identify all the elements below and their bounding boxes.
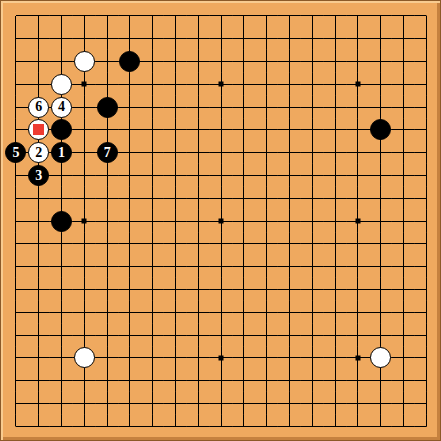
intersection-O19[interactable] (301, 5, 324, 28)
intersection-R12[interactable] (369, 164, 392, 187)
intersection-B17[interactable] (27, 50, 50, 73)
intersection-B18[interactable] (27, 27, 50, 50)
intersection-O5[interactable] (301, 324, 324, 347)
intersection-R8[interactable] (369, 255, 392, 278)
intersection-J13[interactable] (187, 141, 210, 164)
intersection-D6[interactable] (73, 301, 96, 324)
intersection-M14[interactable] (255, 119, 278, 142)
intersection-D18[interactable] (73, 27, 96, 50)
intersection-J17[interactable] (187, 50, 210, 73)
intersection-H19[interactable] (164, 5, 187, 28)
intersection-E16[interactable] (96, 73, 119, 96)
intersection-C12[interactable] (50, 164, 73, 187)
intersection-G13[interactable] (141, 141, 164, 164)
intersection-B7[interactable] (27, 278, 50, 301)
intersection-A2[interactable] (5, 392, 28, 415)
intersection-P10[interactable] (324, 210, 347, 233)
intersection-K16[interactable] (210, 73, 233, 96)
intersection-A6[interactable] (5, 301, 28, 324)
intersection-C15[interactable]: 4 (50, 96, 73, 119)
intersection-N8[interactable] (278, 255, 301, 278)
intersection-H7[interactable] (164, 278, 187, 301)
intersection-K17[interactable] (210, 50, 233, 73)
intersection-E14[interactable] (96, 119, 119, 142)
intersection-K8[interactable] (210, 255, 233, 278)
intersection-L15[interactable] (233, 96, 256, 119)
intersection-M8[interactable] (255, 255, 278, 278)
intersection-R6[interactable] (369, 301, 392, 324)
intersection-H1[interactable] (164, 415, 187, 438)
intersection-K5[interactable] (210, 324, 233, 347)
intersection-T2[interactable] (415, 392, 438, 415)
intersection-H9[interactable] (164, 233, 187, 256)
intersection-K18[interactable] (210, 27, 233, 50)
intersection-H6[interactable] (164, 301, 187, 324)
intersection-A15[interactable] (5, 96, 28, 119)
intersection-B14[interactable] (27, 119, 50, 142)
intersection-B3[interactable] (27, 369, 50, 392)
intersection-F13[interactable] (119, 141, 142, 164)
intersection-C17[interactable] (50, 50, 73, 73)
intersection-B2[interactable] (27, 392, 50, 415)
intersection-O12[interactable] (301, 164, 324, 187)
intersection-L2[interactable] (233, 392, 256, 415)
intersection-M19[interactable] (255, 5, 278, 28)
intersection-L5[interactable] (233, 324, 256, 347)
intersection-G19[interactable] (141, 5, 164, 28)
intersection-K10[interactable] (210, 210, 233, 233)
intersection-C1[interactable] (50, 415, 73, 438)
intersection-H14[interactable] (164, 119, 187, 142)
intersection-D5[interactable] (73, 324, 96, 347)
intersection-T14[interactable] (415, 119, 438, 142)
intersection-C16[interactable] (50, 73, 73, 96)
intersection-L8[interactable] (233, 255, 256, 278)
intersection-L16[interactable] (233, 73, 256, 96)
intersection-S16[interactable] (392, 73, 415, 96)
intersection-Q18[interactable] (347, 27, 370, 50)
intersection-L6[interactable] (233, 301, 256, 324)
intersection-R18[interactable] (369, 27, 392, 50)
intersection-B12[interactable]: 3 (27, 164, 50, 187)
intersection-T1[interactable] (415, 415, 438, 438)
intersection-D16[interactable] (73, 73, 96, 96)
intersection-N7[interactable] (278, 278, 301, 301)
intersection-O9[interactable] (301, 233, 324, 256)
intersection-A9[interactable] (5, 233, 28, 256)
intersection-D11[interactable] (73, 187, 96, 210)
intersection-O8[interactable] (301, 255, 324, 278)
intersection-F18[interactable] (119, 27, 142, 50)
intersection-D13[interactable] (73, 141, 96, 164)
intersection-J16[interactable] (187, 73, 210, 96)
intersection-H5[interactable] (164, 324, 187, 347)
intersection-P11[interactable] (324, 187, 347, 210)
intersection-F8[interactable] (119, 255, 142, 278)
intersection-L3[interactable] (233, 369, 256, 392)
intersection-S14[interactable] (392, 119, 415, 142)
intersection-G8[interactable] (141, 255, 164, 278)
intersection-N14[interactable] (278, 119, 301, 142)
intersection-P3[interactable] (324, 369, 347, 392)
intersection-Q15[interactable] (347, 96, 370, 119)
intersection-F1[interactable] (119, 415, 142, 438)
intersection-S13[interactable] (392, 141, 415, 164)
intersection-P17[interactable] (324, 50, 347, 73)
intersection-G7[interactable] (141, 278, 164, 301)
intersection-O11[interactable] (301, 187, 324, 210)
intersection-T19[interactable] (415, 5, 438, 28)
intersection-P6[interactable] (324, 301, 347, 324)
intersection-D8[interactable] (73, 255, 96, 278)
intersection-L11[interactable] (233, 187, 256, 210)
intersection-H2[interactable] (164, 392, 187, 415)
intersection-K13[interactable] (210, 141, 233, 164)
intersection-H10[interactable] (164, 210, 187, 233)
intersection-F17[interactable] (119, 50, 142, 73)
intersection-J10[interactable] (187, 210, 210, 233)
intersection-Q4[interactable] (347, 347, 370, 370)
intersection-P16[interactable] (324, 73, 347, 96)
intersection-H16[interactable] (164, 73, 187, 96)
intersection-M12[interactable] (255, 164, 278, 187)
intersection-K9[interactable] (210, 233, 233, 256)
intersection-O14[interactable] (301, 119, 324, 142)
intersection-E8[interactable] (96, 255, 119, 278)
intersection-L4[interactable] (233, 347, 256, 370)
intersection-M15[interactable] (255, 96, 278, 119)
intersection-N5[interactable] (278, 324, 301, 347)
intersection-M18[interactable] (255, 27, 278, 50)
intersection-A3[interactable] (5, 369, 28, 392)
intersection-N9[interactable] (278, 233, 301, 256)
intersection-D7[interactable] (73, 278, 96, 301)
intersection-L18[interactable] (233, 27, 256, 50)
intersection-G17[interactable] (141, 50, 164, 73)
intersection-H11[interactable] (164, 187, 187, 210)
intersection-N2[interactable] (278, 392, 301, 415)
intersection-N18[interactable] (278, 27, 301, 50)
intersection-S15[interactable] (392, 96, 415, 119)
intersection-J7[interactable] (187, 278, 210, 301)
intersection-J6[interactable] (187, 301, 210, 324)
intersection-B15[interactable]: 6 (27, 96, 50, 119)
intersection-H18[interactable] (164, 27, 187, 50)
intersection-B8[interactable] (27, 255, 50, 278)
intersection-J8[interactable] (187, 255, 210, 278)
intersection-E9[interactable] (96, 233, 119, 256)
intersection-J4[interactable] (187, 347, 210, 370)
intersection-T5[interactable] (415, 324, 438, 347)
intersection-R9[interactable] (369, 233, 392, 256)
intersection-H13[interactable] (164, 141, 187, 164)
intersection-F19[interactable] (119, 5, 142, 28)
intersection-R16[interactable] (369, 73, 392, 96)
intersection-S6[interactable] (392, 301, 415, 324)
intersection-C7[interactable] (50, 278, 73, 301)
intersection-O3[interactable] (301, 369, 324, 392)
intersection-A18[interactable] (5, 27, 28, 50)
intersection-E13[interactable]: 7 (96, 141, 119, 164)
intersection-N3[interactable] (278, 369, 301, 392)
intersection-J18[interactable] (187, 27, 210, 50)
intersection-R17[interactable] (369, 50, 392, 73)
intersection-E4[interactable] (96, 347, 119, 370)
intersection-A17[interactable] (5, 50, 28, 73)
intersection-Q2[interactable] (347, 392, 370, 415)
intersection-Q19[interactable] (347, 5, 370, 28)
intersection-S18[interactable] (392, 27, 415, 50)
intersection-B13[interactable]: 2 (27, 141, 50, 164)
intersection-Q17[interactable] (347, 50, 370, 73)
intersection-F15[interactable] (119, 96, 142, 119)
intersection-P9[interactable] (324, 233, 347, 256)
intersection-O16[interactable] (301, 73, 324, 96)
intersection-B1[interactable] (27, 415, 50, 438)
intersection-E18[interactable] (96, 27, 119, 50)
intersection-C10[interactable] (50, 210, 73, 233)
intersection-M1[interactable] (255, 415, 278, 438)
intersection-L13[interactable] (233, 141, 256, 164)
intersection-J14[interactable] (187, 119, 210, 142)
intersection-C4[interactable] (50, 347, 73, 370)
intersection-K19[interactable] (210, 5, 233, 28)
intersection-H12[interactable] (164, 164, 187, 187)
intersection-N16[interactable] (278, 73, 301, 96)
intersection-J11[interactable] (187, 187, 210, 210)
intersection-D17[interactable] (73, 50, 96, 73)
intersection-J19[interactable] (187, 5, 210, 28)
intersection-F7[interactable] (119, 278, 142, 301)
intersection-S3[interactable] (392, 369, 415, 392)
intersection-P13[interactable] (324, 141, 347, 164)
intersection-D10[interactable] (73, 210, 96, 233)
intersection-P15[interactable] (324, 96, 347, 119)
intersection-M4[interactable] (255, 347, 278, 370)
intersection-C3[interactable] (50, 369, 73, 392)
intersection-C19[interactable] (50, 5, 73, 28)
intersection-M11[interactable] (255, 187, 278, 210)
intersection-T15[interactable] (415, 96, 438, 119)
intersection-F16[interactable] (119, 73, 142, 96)
intersection-R19[interactable] (369, 5, 392, 28)
intersection-G11[interactable] (141, 187, 164, 210)
intersection-D1[interactable] (73, 415, 96, 438)
intersection-K6[interactable] (210, 301, 233, 324)
intersection-L7[interactable] (233, 278, 256, 301)
intersection-N19[interactable] (278, 5, 301, 28)
intersection-T16[interactable] (415, 73, 438, 96)
intersection-T8[interactable] (415, 255, 438, 278)
intersection-F12[interactable] (119, 164, 142, 187)
intersection-P2[interactable] (324, 392, 347, 415)
intersection-S19[interactable] (392, 5, 415, 28)
intersection-N1[interactable] (278, 415, 301, 438)
intersection-B4[interactable] (27, 347, 50, 370)
intersection-N11[interactable] (278, 187, 301, 210)
intersection-A14[interactable] (5, 119, 28, 142)
intersection-L19[interactable] (233, 5, 256, 28)
intersection-K2[interactable] (210, 392, 233, 415)
intersection-B11[interactable] (27, 187, 50, 210)
intersection-E7[interactable] (96, 278, 119, 301)
intersection-S7[interactable] (392, 278, 415, 301)
intersection-G16[interactable] (141, 73, 164, 96)
intersection-B10[interactable] (27, 210, 50, 233)
intersection-C13[interactable]: 1 (50, 141, 73, 164)
intersection-K4[interactable] (210, 347, 233, 370)
intersection-T4[interactable] (415, 347, 438, 370)
intersection-T12[interactable] (415, 164, 438, 187)
intersection-C8[interactable] (50, 255, 73, 278)
intersection-J3[interactable] (187, 369, 210, 392)
intersection-T11[interactable] (415, 187, 438, 210)
intersection-F3[interactable] (119, 369, 142, 392)
intersection-Q8[interactable] (347, 255, 370, 278)
intersection-Q3[interactable] (347, 369, 370, 392)
intersection-E11[interactable] (96, 187, 119, 210)
intersection-Q1[interactable] (347, 415, 370, 438)
intersection-N6[interactable] (278, 301, 301, 324)
intersection-J1[interactable] (187, 415, 210, 438)
intersection-L1[interactable] (233, 415, 256, 438)
intersection-R3[interactable] (369, 369, 392, 392)
intersection-P1[interactable] (324, 415, 347, 438)
intersection-P4[interactable] (324, 347, 347, 370)
intersection-G3[interactable] (141, 369, 164, 392)
intersection-M9[interactable] (255, 233, 278, 256)
intersection-H17[interactable] (164, 50, 187, 73)
intersection-C18[interactable] (50, 27, 73, 50)
intersection-A5[interactable] (5, 324, 28, 347)
intersection-B9[interactable] (27, 233, 50, 256)
intersection-T9[interactable] (415, 233, 438, 256)
intersection-A4[interactable] (5, 347, 28, 370)
intersection-R7[interactable] (369, 278, 392, 301)
intersection-A13[interactable]: 5 (5, 141, 28, 164)
intersection-G14[interactable] (141, 119, 164, 142)
intersection-D9[interactable] (73, 233, 96, 256)
intersection-K12[interactable] (210, 164, 233, 187)
intersection-M10[interactable] (255, 210, 278, 233)
intersection-E1[interactable] (96, 415, 119, 438)
intersection-O17[interactable] (301, 50, 324, 73)
intersection-P12[interactable] (324, 164, 347, 187)
intersection-K7[interactable] (210, 278, 233, 301)
intersection-L14[interactable] (233, 119, 256, 142)
intersection-F2[interactable] (119, 392, 142, 415)
intersection-F9[interactable] (119, 233, 142, 256)
intersection-P14[interactable] (324, 119, 347, 142)
intersection-J5[interactable] (187, 324, 210, 347)
intersection-R4[interactable] (369, 347, 392, 370)
intersection-D2[interactable] (73, 392, 96, 415)
intersection-G15[interactable] (141, 96, 164, 119)
intersection-M2[interactable] (255, 392, 278, 415)
intersection-G1[interactable] (141, 415, 164, 438)
intersection-E17[interactable] (96, 50, 119, 73)
intersection-K3[interactable] (210, 369, 233, 392)
intersection-S2[interactable] (392, 392, 415, 415)
intersection-T13[interactable] (415, 141, 438, 164)
intersection-O1[interactable] (301, 415, 324, 438)
intersection-O6[interactable] (301, 301, 324, 324)
intersection-C2[interactable] (50, 392, 73, 415)
intersection-Q12[interactable] (347, 164, 370, 187)
intersection-A11[interactable] (5, 187, 28, 210)
intersection-E15[interactable] (96, 96, 119, 119)
intersection-N4[interactable] (278, 347, 301, 370)
intersection-T17[interactable] (415, 50, 438, 73)
intersection-M16[interactable] (255, 73, 278, 96)
intersection-J15[interactable] (187, 96, 210, 119)
intersection-P7[interactable] (324, 278, 347, 301)
intersection-L12[interactable] (233, 164, 256, 187)
intersection-D14[interactable] (73, 119, 96, 142)
intersection-S8[interactable] (392, 255, 415, 278)
intersection-F4[interactable] (119, 347, 142, 370)
intersection-G6[interactable] (141, 301, 164, 324)
intersection-J9[interactable] (187, 233, 210, 256)
intersection-F5[interactable] (119, 324, 142, 347)
intersection-E12[interactable] (96, 164, 119, 187)
intersection-E10[interactable] (96, 210, 119, 233)
intersection-K15[interactable] (210, 96, 233, 119)
intersection-T18[interactable] (415, 27, 438, 50)
intersection-O7[interactable] (301, 278, 324, 301)
intersection-O10[interactable] (301, 210, 324, 233)
intersection-S11[interactable] (392, 187, 415, 210)
intersection-G2[interactable] (141, 392, 164, 415)
intersection-L9[interactable] (233, 233, 256, 256)
intersection-Q10[interactable] (347, 210, 370, 233)
intersection-O4[interactable] (301, 347, 324, 370)
intersection-R10[interactable] (369, 210, 392, 233)
intersection-Q14[interactable] (347, 119, 370, 142)
intersection-M13[interactable] (255, 141, 278, 164)
intersection-G10[interactable] (141, 210, 164, 233)
intersection-S5[interactable] (392, 324, 415, 347)
intersection-G4[interactable] (141, 347, 164, 370)
intersection-C6[interactable] (50, 301, 73, 324)
intersection-R14[interactable] (369, 119, 392, 142)
intersection-R13[interactable] (369, 141, 392, 164)
intersection-C5[interactable] (50, 324, 73, 347)
intersection-M7[interactable] (255, 278, 278, 301)
intersection-P5[interactable] (324, 324, 347, 347)
intersection-D12[interactable] (73, 164, 96, 187)
intersection-S1[interactable] (392, 415, 415, 438)
intersection-D4[interactable] (73, 347, 96, 370)
intersection-E19[interactable] (96, 5, 119, 28)
intersection-A16[interactable] (5, 73, 28, 96)
intersection-A1[interactable] (5, 415, 28, 438)
intersection-A10[interactable] (5, 210, 28, 233)
intersection-H4[interactable] (164, 347, 187, 370)
intersection-O2[interactable] (301, 392, 324, 415)
intersection-J12[interactable] (187, 164, 210, 187)
intersection-F10[interactable] (119, 210, 142, 233)
intersection-Q11[interactable] (347, 187, 370, 210)
intersection-A8[interactable] (5, 255, 28, 278)
intersection-N17[interactable] (278, 50, 301, 73)
intersection-R1[interactable] (369, 415, 392, 438)
intersection-N15[interactable] (278, 96, 301, 119)
intersection-P18[interactable] (324, 27, 347, 50)
intersection-E5[interactable] (96, 324, 119, 347)
intersection-G18[interactable] (141, 27, 164, 50)
intersection-M5[interactable] (255, 324, 278, 347)
